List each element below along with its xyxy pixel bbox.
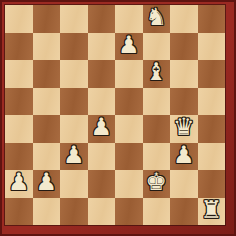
square-d8[interactable] [88,5,116,33]
square-e7[interactable]: ♟ [115,33,143,61]
square-c3[interactable]: ♟ [60,143,88,171]
square-h7[interactable] [198,33,226,61]
square-f4[interactable] [143,115,171,143]
square-d6[interactable] [88,60,116,88]
square-d3[interactable] [88,143,116,171]
square-f2[interactable]: ♚ [143,170,171,198]
square-b8[interactable] [33,5,61,33]
white-queen-icon[interactable]: ♛ [173,115,195,142]
square-b2[interactable]: ♟ [33,170,61,198]
square-g3[interactable]: ♟ [170,143,198,171]
square-b6[interactable] [33,60,61,88]
square-h5[interactable] [198,88,226,116]
white-rook-icon[interactable]: ♜ [200,198,222,225]
square-c7[interactable] [60,33,88,61]
square-e2[interactable] [115,170,143,198]
square-g8[interactable] [170,5,198,33]
white-pawn-icon[interactable]: ♟ [90,115,112,142]
square-h3[interactable] [198,143,226,171]
square-h4[interactable] [198,115,226,143]
square-a4[interactable] [5,115,33,143]
square-g2[interactable] [170,170,198,198]
square-e8[interactable] [115,5,143,33]
square-e4[interactable] [115,115,143,143]
square-f1[interactable] [143,198,171,226]
square-b4[interactable] [33,115,61,143]
square-c8[interactable] [60,5,88,33]
square-c5[interactable] [60,88,88,116]
square-a7[interactable] [5,33,33,61]
square-g1[interactable] [170,198,198,226]
square-a6[interactable] [5,60,33,88]
square-a1[interactable] [5,198,33,226]
square-c6[interactable] [60,60,88,88]
square-f7[interactable] [143,33,171,61]
square-h2[interactable] [198,170,226,198]
square-d1[interactable] [88,198,116,226]
white-pawn-icon[interactable]: ♟ [173,143,195,170]
white-pawn-icon[interactable]: ♟ [8,170,30,197]
white-pawn-icon[interactable]: ♟ [63,143,85,170]
square-h1[interactable]: ♜ [198,198,226,226]
square-f3[interactable] [143,143,171,171]
white-bishop-icon[interactable]: ♝ [145,60,167,87]
square-d5[interactable] [88,88,116,116]
white-pawn-icon[interactable]: ♟ [35,170,57,197]
chess-board: ♞♟♝♟♛♟♟♟♟♚♜ [5,5,225,225]
square-h6[interactable] [198,60,226,88]
square-d4[interactable]: ♟ [88,115,116,143]
square-g4[interactable]: ♛ [170,115,198,143]
square-e6[interactable] [115,60,143,88]
square-a8[interactable] [5,5,33,33]
square-f5[interactable] [143,88,171,116]
white-king-icon[interactable]: ♚ [145,170,167,197]
white-knight-icon[interactable]: ♞ [145,5,167,32]
board-frame: ♞♟♝♟♛♟♟♟♟♚♜ [0,0,236,236]
square-g5[interactable] [170,88,198,116]
square-g7[interactable] [170,33,198,61]
square-a5[interactable] [5,88,33,116]
square-f6[interactable]: ♝ [143,60,171,88]
square-d2[interactable] [88,170,116,198]
square-g6[interactable] [170,60,198,88]
square-e1[interactable] [115,198,143,226]
white-pawn-icon[interactable]: ♟ [118,33,140,60]
square-b5[interactable] [33,88,61,116]
square-a3[interactable] [5,143,33,171]
square-c2[interactable] [60,170,88,198]
square-c4[interactable] [60,115,88,143]
square-b7[interactable] [33,33,61,61]
square-b3[interactable] [33,143,61,171]
square-d7[interactable] [88,33,116,61]
square-b1[interactable] [33,198,61,226]
square-a2[interactable]: ♟ [5,170,33,198]
square-h8[interactable] [198,5,226,33]
square-e3[interactable] [115,143,143,171]
square-e5[interactable] [115,88,143,116]
square-c1[interactable] [60,198,88,226]
square-f8[interactable]: ♞ [143,5,171,33]
